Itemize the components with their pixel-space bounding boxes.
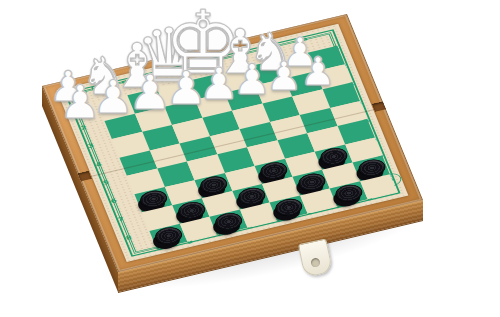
white-pawn[interactable]: ♟: [297, 51, 339, 93]
latch-hole: [310, 257, 321, 268]
product-photo-chess-checkers-set: ❀ ❀ 1122334455667788hhggffeeddccbbaa ♟♞♝…: [0, 0, 500, 317]
